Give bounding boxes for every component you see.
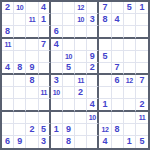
- cell-r1c8-empty[interactable]: [87, 2, 99, 14]
- cell-r12c1-given-6[interactable]: 6: [2, 136, 14, 148]
- cell-r2c6-empty[interactable]: [63, 14, 75, 26]
- cell-r5c5-empty[interactable]: [51, 51, 63, 63]
- cell-r8c3-empty[interactable]: [26, 87, 38, 99]
- cell-r6c10-given-7[interactable]: 7: [112, 63, 124, 75]
- cell-r1c4-given-4[interactable]: 4: [39, 2, 51, 14]
- cell-r4c12-empty[interactable]: [136, 39, 148, 51]
- cell-r5c7-empty[interactable]: [75, 51, 87, 63]
- cell-r8c1-empty[interactable]: [2, 87, 14, 99]
- cell-r3c12-empty[interactable]: [136, 26, 148, 38]
- cell-r9c4-empty[interactable]: [39, 99, 51, 111]
- cell-r5c4-empty[interactable]: [39, 51, 51, 63]
- cell-r1c2-given-10[interactable]: 10: [14, 2, 26, 14]
- cell-r1c11-given-5[interactable]: 5: [124, 2, 136, 14]
- cell-r5c3-empty[interactable]: [26, 51, 38, 63]
- cell-r7c9-empty[interactable]: [99, 75, 111, 87]
- cell-r5c1-empty[interactable]: [2, 51, 14, 63]
- cell-r7c2-empty[interactable]: [14, 75, 26, 87]
- cell-r8c10-empty[interactable]: [112, 87, 124, 99]
- cell-r6c9-empty[interactable]: [99, 63, 111, 75]
- cell-r4c6-empty[interactable]: [63, 39, 75, 51]
- cell-r5c6-given-10[interactable]: 10: [63, 51, 75, 63]
- cell-r8c7-given-2[interactable]: 2: [75, 87, 87, 99]
- cell-r1c6-empty[interactable]: [63, 2, 75, 14]
- cell-r12c4-given-3[interactable]: 3: [39, 136, 51, 148]
- cell-r12c10-empty[interactable]: [112, 136, 124, 148]
- cell-r10c6-empty[interactable]: [63, 112, 75, 124]
- cell-r6c3-given-9[interactable]: 9: [26, 63, 38, 75]
- cell-r7c11-given-12[interactable]: 12: [124, 75, 136, 87]
- cell-r1c5-empty[interactable]: [51, 2, 63, 14]
- cell-r10c11-empty[interactable]: [124, 112, 136, 124]
- cell-r1c3-empty[interactable]: [26, 2, 38, 14]
- cell-r8c6-empty[interactable]: [63, 87, 75, 99]
- cell-r6c6-given-5[interactable]: 5: [63, 63, 75, 75]
- cell-r2c7-given-10[interactable]: 10: [75, 14, 87, 26]
- cell-r6c8-given-2[interactable]: 2: [87, 63, 99, 75]
- cell-r10c4-empty[interactable]: [39, 112, 51, 124]
- cell-r6c11-empty[interactable]: [124, 63, 136, 75]
- cell-r5c2-empty[interactable]: [14, 51, 26, 63]
- cell-r6c7-empty[interactable]: [75, 63, 87, 75]
- cell-r2c2-empty[interactable]: [14, 14, 26, 26]
- cell-r4c5-given-4[interactable]: 4: [51, 39, 63, 51]
- cell-r2c1-empty[interactable]: [2, 14, 14, 26]
- cell-r5c10-empty[interactable]: [112, 51, 124, 63]
- cell-r2c5-empty[interactable]: [51, 14, 63, 26]
- cell-r7c5-given-3[interactable]: 3: [51, 75, 63, 87]
- cell-r11c4-given-5[interactable]: 5: [39, 124, 51, 136]
- cell-r2c11-empty[interactable]: [124, 14, 136, 26]
- cell-r10c1-empty[interactable]: [2, 112, 14, 124]
- cell-r3c9-empty[interactable]: [99, 26, 111, 38]
- cell-r9c3-empty[interactable]: [26, 99, 38, 111]
- cell-r10c5-empty[interactable]: [51, 112, 63, 124]
- cell-r9c9-given-1[interactable]: 1: [99, 99, 111, 111]
- cell-r10c3-empty[interactable]: [26, 112, 38, 124]
- cell-r2c12-empty[interactable]: [136, 14, 148, 26]
- cell-r1c1-given-2[interactable]: 2: [2, 2, 14, 14]
- cell-r2c4-given-1[interactable]: 1: [39, 14, 51, 26]
- cell-r8c4-given-11[interactable]: 11: [39, 87, 51, 99]
- cell-r6c1-given-4[interactable]: 4: [2, 63, 14, 75]
- cell-r11c2-empty[interactable]: [14, 124, 26, 136]
- cell-r12c11-given-1[interactable]: 1: [124, 136, 136, 148]
- cell-r7c1-empty[interactable]: [2, 75, 14, 87]
- cell-r8c11-empty[interactable]: [124, 87, 136, 99]
- cell-r4c2-empty[interactable]: [14, 39, 26, 51]
- cell-r3c6-empty[interactable]: [63, 26, 75, 38]
- cell-r2c10-given-4[interactable]: 4: [112, 14, 124, 26]
- cell-r12c2-given-9[interactable]: 9: [14, 136, 26, 148]
- cell-r7c6-empty[interactable]: [63, 75, 75, 87]
- cell-r4c4-given-7[interactable]: 7: [39, 39, 51, 51]
- cell-r4c3-empty[interactable]: [26, 39, 38, 51]
- cell-r4c7-empty[interactable]: [75, 39, 87, 51]
- cell-r8c9-empty[interactable]: [99, 87, 111, 99]
- cell-r2c8-given-3[interactable]: 3: [87, 14, 99, 26]
- cell-r11c12-empty[interactable]: [136, 124, 148, 136]
- cell-r12c8-empty[interactable]: [87, 136, 99, 148]
- cell-r11c11-empty[interactable]: [124, 124, 136, 136]
- cell-r3c10-empty[interactable]: [112, 26, 124, 38]
- cell-r8c8-empty[interactable]: [87, 87, 99, 99]
- cell-r9c12-given-2[interactable]: 2: [136, 99, 148, 111]
- cell-r3c1-given-8[interactable]: 8: [2, 26, 14, 38]
- cell-r7c7-given-11[interactable]: 11: [75, 75, 87, 87]
- cell-r6c5-empty[interactable]: [51, 63, 63, 75]
- cell-r9c10-empty[interactable]: [112, 99, 124, 111]
- cell-r2c3-given-11[interactable]: 11: [26, 14, 38, 26]
- cell-r7c8-empty[interactable]: [87, 75, 99, 87]
- cell-r12c6-given-8[interactable]: 8: [63, 136, 75, 148]
- cell-r11c3-given-2[interactable]: 2: [26, 124, 38, 136]
- cell-r1c7-given-12[interactable]: 12: [75, 2, 87, 14]
- cell-r9c11-empty[interactable]: [124, 99, 136, 111]
- cell-r11c5-given-1[interactable]: 1: [51, 124, 63, 136]
- cell-r11c10-given-8[interactable]: 8: [112, 124, 124, 136]
- cell-r12c3-empty[interactable]: [26, 136, 38, 148]
- cell-r10c12-given-11[interactable]: 11: [136, 112, 148, 124]
- cell-r1c12-given-1[interactable]: 1: [136, 2, 148, 14]
- cell-r3c8-empty[interactable]: [87, 26, 99, 38]
- cell-r8c12-empty[interactable]: [136, 87, 148, 99]
- cell-r12c12-given-5[interactable]: 5: [136, 136, 148, 148]
- cell-r4c10-empty[interactable]: [112, 39, 124, 51]
- cell-r12c5-empty[interactable]: [51, 136, 63, 148]
- cell-r6c12-empty[interactable]: [136, 63, 148, 75]
- cell-r8c2-empty[interactable]: [14, 87, 26, 99]
- cell-r1c10-empty[interactable]: [112, 2, 124, 14]
- cell-r3c11-empty[interactable]: [124, 26, 136, 38]
- cell-r10c9-empty[interactable]: [99, 112, 111, 124]
- cell-r5c9-given-5[interactable]: 5: [99, 51, 111, 63]
- cell-r9c5-empty[interactable]: [51, 99, 63, 111]
- cell-r9c2-empty[interactable]: [14, 99, 26, 111]
- cell-r3c2-empty[interactable]: [14, 26, 26, 38]
- cell-r5c11-empty[interactable]: [124, 51, 136, 63]
- cell-r9c8-given-4[interactable]: 4: [87, 99, 99, 111]
- cell-r3c7-empty[interactable]: [75, 26, 87, 38]
- cell-r9c1-empty[interactable]: [2, 99, 14, 111]
- cell-r7c12-given-7[interactable]: 7: [136, 75, 148, 87]
- cell-r8c5-given-10[interactable]: 10: [51, 87, 63, 99]
- cell-r4c11-empty[interactable]: [124, 39, 136, 51]
- cell-r4c8-empty[interactable]: [87, 39, 99, 51]
- cell-r1c9-given-7[interactable]: 7: [99, 2, 111, 14]
- cell-r5c8-given-9[interactable]: 9: [87, 51, 99, 63]
- cell-r11c1-empty[interactable]: [2, 124, 14, 136]
- cell-r6c2-given-8[interactable]: 8: [14, 63, 26, 75]
- cell-r3c4-empty[interactable]: [39, 26, 51, 38]
- cell-r9c7-empty[interactable]: [75, 99, 87, 111]
- cell-r7c4-empty[interactable]: [39, 75, 51, 87]
- cell-r10c7-empty[interactable]: [75, 112, 87, 124]
- sudoku-puzzle: 2104127511111038486117410954895278311612…: [0, 0, 150, 150]
- cell-r10c8-given-10[interactable]: 10: [87, 112, 99, 124]
- cell-r12c7-empty[interactable]: [75, 136, 87, 148]
- cell-r10c10-empty[interactable]: [112, 112, 124, 124]
- cell-r11c6-given-9[interactable]: 9: [63, 124, 75, 136]
- cell-r3c3-empty[interactable]: [26, 26, 38, 38]
- cell-r4c9-empty[interactable]: [99, 39, 111, 51]
- cell-r10c2-empty[interactable]: [14, 112, 26, 124]
- cell-r11c8-empty[interactable]: [87, 124, 99, 136]
- sudoku-board: 2104127511111038486117410954895278311612…: [0, 0, 150, 150]
- cell-r11c9-given-12[interactable]: 12: [99, 124, 111, 136]
- cell-r4c1-given-11[interactable]: 11: [2, 39, 14, 51]
- cell-r5c12-empty[interactable]: [136, 51, 148, 63]
- cell-r11c7-empty[interactable]: [75, 124, 87, 136]
- cell-r12c9-given-4[interactable]: 4: [99, 136, 111, 148]
- cell-r3c5-given-6[interactable]: 6: [51, 26, 63, 38]
- cell-r7c10-given-6[interactable]: 6: [112, 75, 124, 87]
- cell-r7c3-given-8[interactable]: 8: [26, 75, 38, 87]
- cell-r6c4-empty[interactable]: [39, 63, 51, 75]
- cell-r2c9-given-8[interactable]: 8: [99, 14, 111, 26]
- cell-r9c6-empty[interactable]: [63, 99, 75, 111]
